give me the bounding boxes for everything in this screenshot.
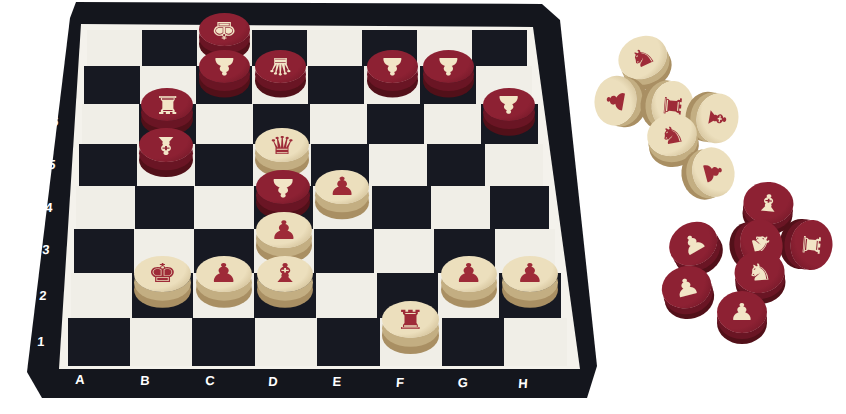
piece-white-pawn-e4[interactable]: ♟ (315, 170, 369, 220)
black-pawn-disc-face: ♟ (717, 291, 767, 333)
rank-label-3: 3 (42, 242, 50, 257)
pawn-symbol-icon: ♟ (454, 261, 483, 287)
square-h1[interactable] (504, 318, 566, 366)
piece-black-queen-d7[interactable]: ♛ (255, 50, 307, 97)
square-h5[interactable] (485, 144, 543, 186)
piece-white-pawn-g2[interactable]: ♟ (441, 256, 497, 308)
square-e8[interactable] (307, 30, 362, 66)
rook-symbol-icon: ♜ (799, 231, 824, 259)
pawn-symbol-icon: ♟ (676, 227, 710, 260)
square-b8[interactable] (142, 30, 197, 66)
square-f5[interactable] (369, 144, 427, 186)
square-a1[interactable] (68, 318, 130, 366)
black-rook-disc-face: ♜ (788, 218, 834, 271)
rook-symbol-icon: ♜ (396, 306, 426, 333)
piece-black-pawn-f7[interactable]: ♟ (367, 50, 419, 97)
pawn-symbol-icon: ♟ (211, 54, 238, 78)
pawn-symbol-icon: ♟ (435, 54, 462, 78)
captured-black-pawn[interactable]: ♟ (717, 291, 767, 344)
rank-label-1: 1 (37, 334, 45, 349)
black-pawn-disc-face: ♟ (423, 50, 475, 83)
piece-black-pawn-h6[interactable]: ♟ (483, 88, 535, 136)
file-label-C: C (205, 373, 215, 388)
rank-row-1 (68, 318, 567, 366)
bishop-symbol-icon: ♝ (704, 104, 731, 134)
square-g5[interactable] (427, 144, 485, 186)
square-b1[interactable] (130, 318, 192, 366)
rank-label-8: 8 (55, 38, 63, 53)
square-f4[interactable] (372, 186, 431, 229)
white-pawn-disc-face: ♟ (502, 256, 558, 292)
pawn-symbol-icon: ♟ (209, 261, 238, 287)
square-a6[interactable] (82, 104, 139, 144)
black-bishop-disc-face: ♝ (139, 128, 192, 162)
square-d1[interactable] (255, 318, 317, 366)
file-label-G: G (457, 375, 468, 390)
file-label-F: F (395, 375, 404, 390)
knight-symbol-icon: ♞ (746, 259, 774, 284)
square-a3[interactable] (74, 229, 134, 273)
pawn-symbol-icon: ♟ (328, 174, 356, 199)
pawn-symbol-icon: ♟ (379, 54, 406, 78)
bishop-symbol-icon: ♝ (270, 261, 299, 287)
knight-symbol-icon: ♞ (626, 42, 659, 74)
square-g1[interactable] (442, 318, 504, 366)
white-pawn-disc-face: ♟ (441, 256, 497, 292)
square-c4[interactable] (194, 186, 253, 229)
black-knight-disc-face: ♞ (733, 249, 786, 295)
square-f6[interactable] (367, 104, 424, 144)
white-pawn-disc-face: ♟ (687, 142, 741, 201)
piece-white-pawn-h2[interactable]: ♟ (502, 256, 558, 308)
black-pawn-disc-face: ♟ (256, 170, 310, 205)
file-label-H: H (518, 376, 528, 391)
bishop-symbol-icon: ♝ (755, 190, 783, 215)
square-a2[interactable] (71, 273, 132, 318)
square-e3[interactable] (314, 229, 374, 273)
knight-symbol-icon: ♞ (657, 121, 687, 148)
file-label-D: D (268, 374, 278, 389)
square-a8[interactable] (87, 30, 142, 66)
square-e7[interactable] (308, 66, 364, 104)
piece-black-pawn-c7[interactable]: ♟ (199, 50, 251, 97)
square-a4[interactable] (76, 186, 135, 229)
queen-symbol-icon: ♛ (268, 133, 296, 158)
piece-black-bishop-b5[interactable]: ♝ (139, 128, 192, 177)
black-pawn-disc-face: ♟ (483, 88, 535, 122)
black-pawn-disc-face: ♟ (199, 50, 251, 83)
black-queen-disc-face: ♛ (255, 50, 307, 83)
square-e2[interactable] (316, 273, 377, 318)
white-bishop-disc-face: ♝ (692, 90, 742, 147)
black-rook-disc-face: ♜ (141, 88, 193, 122)
king-symbol-icon: ♚ (211, 18, 237, 42)
pawn-symbol-icon: ♟ (269, 174, 297, 199)
bishop-symbol-icon: ♝ (152, 133, 180, 158)
square-e1[interactable] (317, 318, 379, 366)
square-c6[interactable] (196, 104, 253, 144)
pawn-symbol-icon: ♟ (270, 217, 299, 243)
rank-row-4 (76, 186, 548, 229)
rank-label-4: 4 (45, 200, 53, 215)
file-label-E: E (332, 374, 342, 389)
white-pawn-disc-face: ♟ (196, 256, 252, 292)
pawn-symbol-icon: ♟ (515, 261, 544, 287)
piece-white-rook-f1[interactable]: ♜ (382, 301, 439, 354)
rank-label-6: 6 (51, 114, 59, 129)
black-pawn-disc-face: ♟ (657, 260, 716, 314)
square-g6[interactable] (424, 104, 481, 144)
white-pawn-disc-face: ♟ (256, 212, 311, 247)
travel-chess-set-photo: 87654321 ABCDEFGH ♚♟♛♟♟♜♟♝♛♟♟♟♚♟♝♟♟♜ ♞♟♜… (0, 0, 846, 414)
piece-white-pawn-c2[interactable]: ♟ (196, 256, 252, 308)
captured-black-rook[interactable]: ♜ (777, 217, 834, 271)
square-a5[interactable] (79, 144, 137, 186)
black-king-disc-face: ♚ (199, 13, 250, 45)
white-king-disc-face: ♚ (134, 256, 190, 292)
file-label-A: A (75, 372, 85, 387)
piece-white-bishop-d2[interactable]: ♝ (257, 256, 313, 308)
pawn-symbol-icon: ♟ (699, 157, 728, 188)
square-h8[interactable] (472, 30, 527, 66)
square-c1[interactable] (192, 318, 254, 366)
white-pawn-disc-face: ♟ (591, 72, 641, 129)
square-g4[interactable] (431, 186, 490, 229)
pawn-symbol-icon: ♟ (495, 92, 522, 116)
square-f3[interactable] (374, 229, 434, 273)
white-rook-disc-face: ♜ (382, 301, 439, 338)
white-bishop-disc-face: ♝ (257, 256, 313, 292)
square-b4[interactable] (135, 186, 194, 229)
piece-white-king-b2[interactable]: ♚ (134, 256, 190, 308)
king-symbol-icon: ♚ (148, 261, 177, 287)
black-pawn-disc-face: ♟ (367, 50, 419, 83)
white-queen-disc-face: ♛ (255, 128, 308, 162)
queen-symbol-icon: ♛ (267, 54, 294, 78)
rank-label-7: 7 (53, 77, 61, 92)
square-a7[interactable] (84, 66, 140, 104)
piece-black-pawn-g7[interactable]: ♟ (423, 50, 475, 97)
rank-label-2: 2 (39, 288, 47, 303)
square-h4[interactable] (490, 186, 549, 229)
pawn-symbol-icon: ♟ (671, 273, 702, 302)
pawn-symbol-icon: ♟ (729, 300, 755, 323)
file-label-B: B (140, 373, 150, 388)
square-e6[interactable] (310, 104, 367, 144)
rook-symbol-icon: ♜ (154, 92, 181, 116)
pawn-symbol-icon: ♟ (602, 86, 629, 116)
rank-label-5: 5 (48, 157, 56, 172)
white-pawn-disc-face: ♟ (315, 170, 369, 205)
square-c5[interactable] (195, 144, 253, 186)
